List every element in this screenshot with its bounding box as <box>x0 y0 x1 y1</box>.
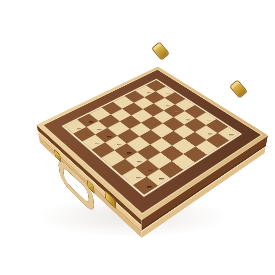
white-pawn[interactable]: ♟ <box>213 130 225 143</box>
product-photo: ♜♟♟♜♞♟♟♞♝♟♟♝♛♟♟♛♚♟♟♚♝♟♟♝♞♟♟♞♜♟♟♜ <box>0 0 275 275</box>
white-pawn[interactable]: ♟ <box>170 101 181 113</box>
black-rook[interactable]: ♜ <box>139 172 154 188</box>
white-pawn[interactable]: ♟ <box>180 108 191 121</box>
square-d5[interactable] <box>129 123 151 137</box>
chess-scene: ♜♟♟♜♞♟♟♞♝♟♟♝♛♟♟♛♚♟♟♚♝♟♟♝♞♟♟♞♜♟♟♜ <box>0 0 275 275</box>
black-pawn[interactable]: ♟ <box>153 166 166 180</box>
white-pawn[interactable]: ♟ <box>201 122 213 135</box>
brass-hinge <box>105 191 115 207</box>
square-h8[interactable]: ♜ <box>133 177 158 195</box>
handle-bracket <box>55 150 61 161</box>
white-pawn[interactable]: ♟ <box>191 115 203 128</box>
